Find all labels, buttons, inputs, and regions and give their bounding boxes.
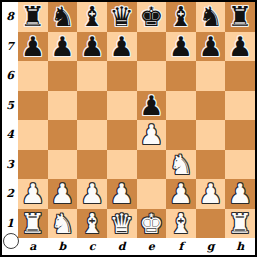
- square-c3[interactable]: [77, 150, 107, 180]
- white-king-e1[interactable]: ♚: [139, 210, 163, 237]
- white-rook-h1[interactable]: ♜: [228, 210, 252, 237]
- black-rook-a8[interactable]: ♜: [21, 3, 45, 30]
- file-label-e: e: [137, 238, 167, 255]
- square-h1[interactable]: ♜: [225, 209, 255, 239]
- square-c8[interactable]: ♝: [77, 2, 107, 32]
- square-g3[interactable]: [196, 150, 226, 180]
- white-pawn-a2[interactable]: ♟: [21, 180, 45, 207]
- white-pawn-c2[interactable]: ♟: [80, 180, 104, 207]
- square-d3[interactable]: [107, 150, 137, 180]
- rank-label-6: 6: [2, 61, 18, 91]
- black-bishop-c8[interactable]: ♝: [80, 3, 104, 30]
- file-label-c: c: [77, 238, 107, 255]
- file-label-f: f: [166, 238, 196, 255]
- square-e7[interactable]: [137, 32, 167, 62]
- square-b7[interactable]: ♟: [48, 32, 78, 62]
- white-pawn-b2[interactable]: ♟: [50, 180, 74, 207]
- rank-label-4: 4: [2, 120, 18, 150]
- rank-label-2: 2: [2, 179, 18, 209]
- square-b5[interactable]: [48, 91, 78, 121]
- square-d8[interactable]: ♛: [107, 2, 137, 32]
- square-b8[interactable]: ♞: [48, 2, 78, 32]
- square-c7[interactable]: ♟: [77, 32, 107, 62]
- square-f4[interactable]: [166, 120, 196, 150]
- file-label-d: d: [107, 238, 137, 255]
- square-g1[interactable]: [196, 209, 226, 239]
- square-a3[interactable]: [18, 150, 48, 180]
- square-a8[interactable]: ♜: [18, 2, 48, 32]
- white-pawn-d2[interactable]: ♟: [110, 180, 134, 207]
- white-bishop-c1[interactable]: ♝: [80, 210, 104, 237]
- black-bishop-f8[interactable]: ♝: [169, 3, 193, 30]
- square-a1[interactable]: ♜: [18, 209, 48, 239]
- square-e2[interactable]: [137, 179, 167, 209]
- rank-labels: 87654321: [2, 2, 18, 238]
- square-f7[interactable]: ♟: [166, 32, 196, 62]
- square-g4[interactable]: [196, 120, 226, 150]
- white-pawn-e4[interactable]: ♟: [139, 121, 163, 148]
- square-g2[interactable]: ♟: [196, 179, 226, 209]
- square-c2[interactable]: ♟: [77, 179, 107, 209]
- black-pawn-g7[interactable]: ♟: [198, 33, 222, 60]
- black-pawn-b7[interactable]: ♟: [50, 33, 74, 60]
- square-f3[interactable]: ♞: [166, 150, 196, 180]
- square-a5[interactable]: [18, 91, 48, 121]
- square-e1[interactable]: ♚: [137, 209, 167, 239]
- square-a4[interactable]: [18, 120, 48, 150]
- black-rook-h8[interactable]: ♜: [228, 3, 252, 30]
- square-b1[interactable]: ♞: [48, 209, 78, 239]
- square-h3[interactable]: [225, 150, 255, 180]
- square-c4[interactable]: [77, 120, 107, 150]
- rank-label-3: 3: [2, 150, 18, 180]
- rank-label-8: 8: [2, 2, 18, 32]
- square-d4[interactable]: [107, 120, 137, 150]
- square-h4[interactable]: [225, 120, 255, 150]
- square-h7[interactable]: ♟: [225, 32, 255, 62]
- black-knight-g8[interactable]: ♞: [198, 3, 222, 30]
- square-g5[interactable]: [196, 91, 226, 121]
- square-b6[interactable]: [48, 61, 78, 91]
- square-f1[interactable]: ♝: [166, 209, 196, 239]
- square-a2[interactable]: ♟: [18, 179, 48, 209]
- square-c6[interactable]: [77, 61, 107, 91]
- white-knight-f3[interactable]: ♞: [169, 151, 193, 178]
- white-pawn-f2[interactable]: ♟: [169, 180, 193, 207]
- chess-board-frame: 87654321 ♜♞♝♛♚♝♞♜♟♟♟♟♟♟♟♟♟♞♟♟♟♟♟♟♟♜♞♝♛♚♝…: [0, 0, 257, 257]
- white-pawn-h2[interactable]: ♟: [228, 180, 252, 207]
- square-a7[interactable]: ♟: [18, 32, 48, 62]
- square-f2[interactable]: ♟: [166, 179, 196, 209]
- square-c5[interactable]: [77, 91, 107, 121]
- file-label-h: h: [225, 238, 255, 255]
- file-label-a: a: [18, 238, 48, 255]
- square-a6[interactable]: [18, 61, 48, 91]
- square-h8[interactable]: ♜: [225, 2, 255, 32]
- square-f8[interactable]: ♝: [166, 2, 196, 32]
- file-label-b: b: [48, 238, 78, 255]
- white-knight-b1[interactable]: ♞: [50, 210, 74, 237]
- square-b3[interactable]: [48, 150, 78, 180]
- square-e6[interactable]: [137, 61, 167, 91]
- square-h6[interactable]: [225, 61, 255, 91]
- square-h5[interactable]: [225, 91, 255, 121]
- square-d1[interactable]: ♛: [107, 209, 137, 239]
- turn-indicator-circle: [3, 233, 19, 249]
- square-d6[interactable]: [107, 61, 137, 91]
- square-d5[interactable]: [107, 91, 137, 121]
- board: ♜♞♝♛♚♝♞♜♟♟♟♟♟♟♟♟♟♞♟♟♟♟♟♟♟♜♞♝♛♚♝♜: [18, 2, 255, 238]
- black-pawn-e5[interactable]: ♟: [139, 92, 163, 119]
- white-queen-d1[interactable]: ♛: [110, 210, 134, 237]
- black-pawn-a7[interactable]: ♟: [21, 33, 45, 60]
- square-g8[interactable]: ♞: [196, 2, 226, 32]
- rank-label-7: 7: [2, 32, 18, 62]
- black-pawn-c7[interactable]: ♟: [80, 33, 104, 60]
- square-d2[interactable]: ♟: [107, 179, 137, 209]
- square-e3[interactable]: [137, 150, 167, 180]
- black-king-e8[interactable]: ♚: [139, 3, 163, 30]
- file-labels: abcdefgh: [18, 238, 255, 255]
- square-d7[interactable]: ♟: [107, 32, 137, 62]
- white-pawn-g2[interactable]: ♟: [198, 180, 222, 207]
- rank-label-5: 5: [2, 91, 18, 121]
- black-queen-d8[interactable]: ♛: [110, 3, 134, 30]
- white-bishop-f1[interactable]: ♝: [169, 210, 193, 237]
- square-e5[interactable]: ♟: [137, 91, 167, 121]
- square-b4[interactable]: [48, 120, 78, 150]
- square-f6[interactable]: [166, 61, 196, 91]
- black-knight-b8[interactable]: ♞: [50, 3, 74, 30]
- square-b2[interactable]: ♟: [48, 179, 78, 209]
- square-g7[interactable]: ♟: [196, 32, 226, 62]
- square-e4[interactable]: ♟: [137, 120, 167, 150]
- square-c1[interactable]: ♝: [77, 209, 107, 239]
- square-e8[interactable]: ♚: [137, 2, 167, 32]
- square-f5[interactable]: [166, 91, 196, 121]
- black-pawn-f7[interactable]: ♟: [169, 33, 193, 60]
- black-pawn-d7[interactable]: ♟: [110, 33, 134, 60]
- black-pawn-h7[interactable]: ♟: [228, 33, 252, 60]
- file-label-g: g: [196, 238, 226, 255]
- square-h2[interactable]: ♟: [225, 179, 255, 209]
- white-rook-a1[interactable]: ♜: [21, 210, 45, 237]
- square-g6[interactable]: [196, 61, 226, 91]
